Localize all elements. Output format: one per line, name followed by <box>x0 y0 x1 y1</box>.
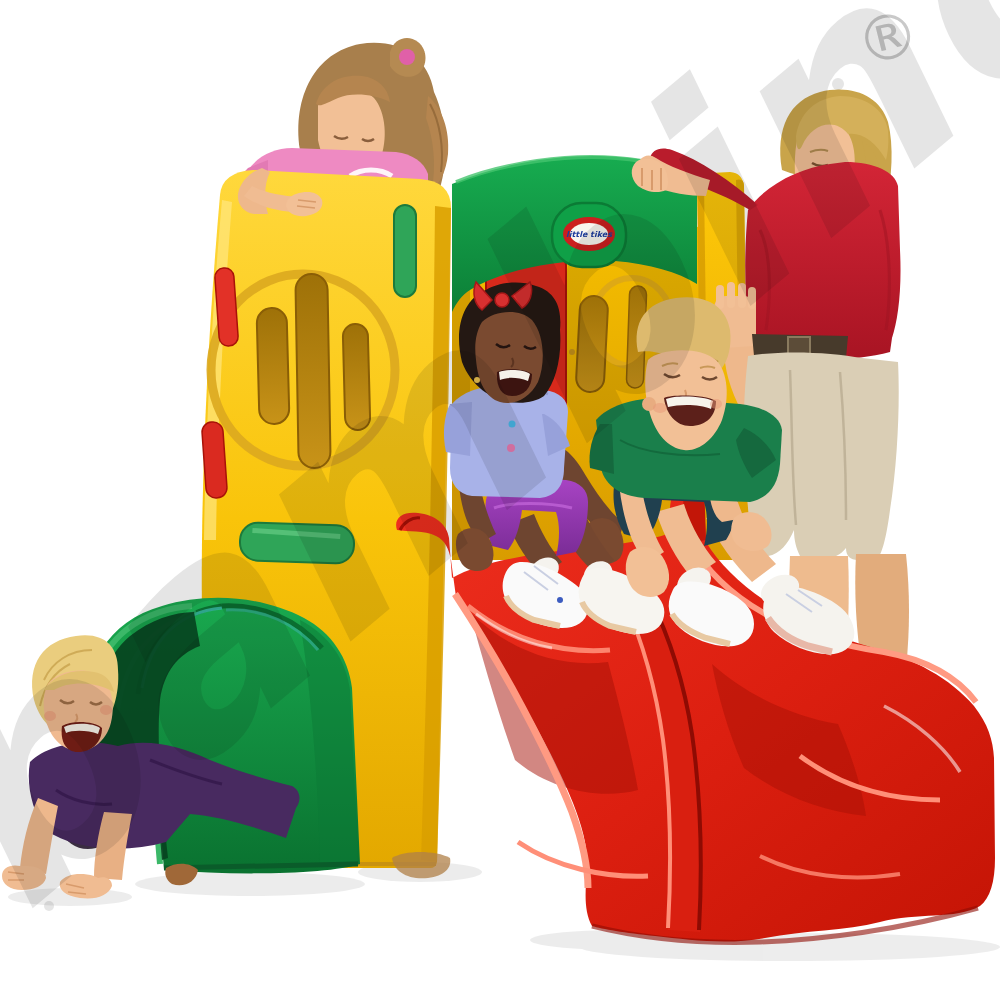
pink-girl-hair-bobble <box>399 49 415 65</box>
product-photo: little tikes <box>0 0 1000 1000</box>
